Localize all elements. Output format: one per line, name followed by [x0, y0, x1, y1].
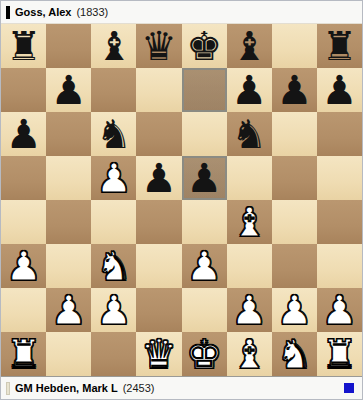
square-f3[interactable] — [227, 244, 272, 288]
square-a5[interactable] — [1, 156, 46, 200]
white-to-move-indicator — [344, 383, 354, 393]
square-b4[interactable] — [46, 200, 91, 244]
square-h2[interactable]: ♟ — [317, 288, 362, 332]
white-pawn[interactable]: ♟ — [186, 244, 222, 288]
square-f7[interactable]: ♟ — [227, 68, 272, 112]
square-f6[interactable]: ♞ — [227, 112, 272, 156]
chess-window: Goss, Alex (1833) ♜♝♛♚♝♜♟♟♟♟♟♞♞♟♟♟♝♟♞♟♟♟… — [0, 0, 363, 400]
white-knight[interactable]: ♞ — [96, 244, 132, 288]
square-a6[interactable]: ♟ — [1, 112, 46, 156]
chess-board[interactable]: ♜♝♛♚♝♜♟♟♟♟♟♞♞♟♟♟♝♟♞♟♟♟♟♟♟♜♛♚♝♞♜ — [1, 24, 362, 376]
square-c6[interactable]: ♞ — [91, 112, 136, 156]
square-g2[interactable]: ♟ — [272, 288, 317, 332]
square-h5[interactable] — [317, 156, 362, 200]
square-d2[interactable] — [136, 288, 181, 332]
square-c1[interactable] — [91, 332, 136, 376]
square-a8[interactable]: ♜ — [1, 24, 46, 68]
white-pawn[interactable]: ♟ — [276, 288, 312, 332]
white-bishop[interactable]: ♝ — [231, 200, 267, 244]
square-c3[interactable]: ♞ — [91, 244, 136, 288]
square-d6[interactable] — [136, 112, 181, 156]
square-g8[interactable] — [272, 24, 317, 68]
square-h7[interactable]: ♟ — [317, 68, 362, 112]
black-pawn[interactable]: ♟ — [322, 68, 358, 112]
square-b6[interactable] — [46, 112, 91, 156]
square-f8[interactable]: ♝ — [227, 24, 272, 68]
square-g4[interactable] — [272, 200, 317, 244]
white-pawn[interactable]: ♟ — [6, 244, 42, 288]
square-h1[interactable]: ♜ — [317, 332, 362, 376]
square-d8[interactable]: ♛ — [136, 24, 181, 68]
square-c5[interactable]: ♟ — [91, 156, 136, 200]
white-pawn[interactable]: ♟ — [96, 288, 132, 332]
square-h8[interactable]: ♜ — [317, 24, 362, 68]
square-c8[interactable]: ♝ — [91, 24, 136, 68]
square-d7[interactable] — [136, 68, 181, 112]
square-b3[interactable] — [46, 244, 91, 288]
white-rook[interactable]: ♜ — [6, 332, 42, 376]
square-c2[interactable]: ♟ — [91, 288, 136, 332]
square-f4[interactable]: ♝ — [227, 200, 272, 244]
square-b8[interactable] — [46, 24, 91, 68]
square-d3[interactable] — [136, 244, 181, 288]
square-e2[interactable] — [182, 288, 227, 332]
square-e6[interactable] — [182, 112, 227, 156]
square-g6[interactable] — [272, 112, 317, 156]
square-a7[interactable] — [1, 68, 46, 112]
black-pawn[interactable]: ♟ — [6, 112, 42, 156]
square-a2[interactable] — [1, 288, 46, 332]
white-queen[interactable]: ♛ — [141, 332, 177, 376]
black-color-indicator — [6, 6, 10, 19]
white-pawn[interactable]: ♟ — [322, 288, 358, 332]
square-d5[interactable]: ♟ — [136, 156, 181, 200]
square-f2[interactable]: ♟ — [227, 288, 272, 332]
black-pawn[interactable]: ♟ — [141, 156, 177, 200]
white-knight[interactable]: ♞ — [276, 332, 312, 376]
black-bishop[interactable]: ♝ — [231, 24, 267, 68]
white-king[interactable]: ♚ — [186, 332, 222, 376]
black-pawn[interactable]: ♟ — [186, 156, 222, 200]
square-b1[interactable] — [46, 332, 91, 376]
square-b2[interactable]: ♟ — [46, 288, 91, 332]
black-player-name: Goss, Alex — [15, 6, 71, 18]
square-h4[interactable] — [317, 200, 362, 244]
black-pawn[interactable]: ♟ — [276, 68, 312, 112]
black-player-rating: (1833) — [76, 6, 108, 18]
square-g7[interactable]: ♟ — [272, 68, 317, 112]
square-h6[interactable] — [317, 112, 362, 156]
square-e4[interactable] — [182, 200, 227, 244]
black-pawn[interactable]: ♟ — [231, 68, 267, 112]
square-f5[interactable] — [227, 156, 272, 200]
black-rook[interactable]: ♜ — [6, 24, 42, 68]
white-pawn[interactable]: ♟ — [96, 156, 132, 200]
square-e5[interactable]: ♟ — [182, 156, 227, 200]
white-player-rating: (2453) — [123, 382, 155, 394]
square-d4[interactable] — [136, 200, 181, 244]
square-e7[interactable] — [182, 68, 227, 112]
black-pawn[interactable]: ♟ — [51, 68, 87, 112]
square-f1[interactable]: ♝ — [227, 332, 272, 376]
square-c4[interactable] — [91, 200, 136, 244]
white-rook[interactable]: ♜ — [322, 332, 358, 376]
white-color-indicator — [6, 382, 10, 395]
square-e3[interactable]: ♟ — [182, 244, 227, 288]
square-g3[interactable] — [272, 244, 317, 288]
black-queen[interactable]: ♛ — [141, 24, 177, 68]
square-a3[interactable]: ♟ — [1, 244, 46, 288]
square-d1[interactable]: ♛ — [136, 332, 181, 376]
white-pawn[interactable]: ♟ — [231, 288, 267, 332]
black-knight[interactable]: ♞ — [96, 112, 132, 156]
black-rook[interactable]: ♜ — [322, 24, 358, 68]
square-c7[interactable] — [91, 68, 136, 112]
square-b5[interactable] — [46, 156, 91, 200]
square-g5[interactable] — [272, 156, 317, 200]
black-bishop[interactable]: ♝ — [96, 24, 132, 68]
square-e8[interactable]: ♚ — [182, 24, 227, 68]
square-a1[interactable]: ♜ — [1, 332, 46, 376]
black-knight[interactable]: ♞ — [231, 112, 267, 156]
black-king[interactable]: ♚ — [186, 24, 222, 68]
square-e1[interactable]: ♚ — [182, 332, 227, 376]
white-bishop[interactable]: ♝ — [231, 332, 267, 376]
white-player-bar: GM Hebden, Mark L (2453) — [1, 376, 362, 399]
square-a4[interactable] — [1, 200, 46, 244]
square-h3[interactable] — [317, 244, 362, 288]
square-b7[interactable]: ♟ — [46, 68, 91, 112]
white-player-name: GM Hebden, Mark L — [15, 382, 118, 394]
square-g1[interactable]: ♞ — [272, 332, 317, 376]
white-pawn[interactable]: ♟ — [51, 288, 87, 332]
black-player-bar: Goss, Alex (1833) — [1, 1, 362, 24]
